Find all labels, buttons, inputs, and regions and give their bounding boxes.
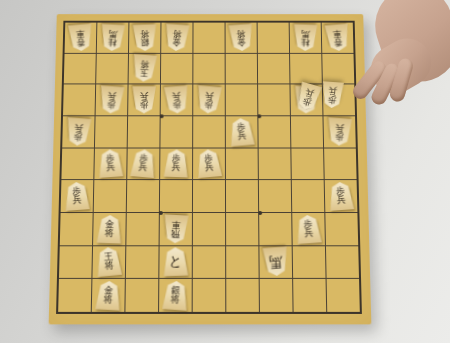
hoshi-dot bbox=[258, 211, 262, 215]
board-cell[interactable] bbox=[260, 279, 293, 312]
board-cell[interactable] bbox=[325, 213, 358, 245]
piece-face: 銀将 bbox=[133, 24, 157, 51]
piece-kanji: 将 bbox=[173, 28, 182, 38]
piece-kanji: 兵 bbox=[304, 87, 315, 98]
shogi-piece-sente[interactable]: 金将 bbox=[97, 214, 123, 243]
board-cell[interactable]: 馬 bbox=[259, 246, 292, 278]
shogi-piece-sente[interactable]: 歩兵 bbox=[295, 214, 321, 244]
board-cell[interactable] bbox=[258, 116, 290, 147]
shogi-piece-sente[interactable]: 歩兵 bbox=[229, 117, 255, 146]
shogi-piece-gote[interactable]: 歩兵 bbox=[164, 86, 189, 115]
board-cell[interactable] bbox=[125, 279, 158, 312]
board-cell[interactable] bbox=[226, 279, 259, 312]
piece-kanji-promoted: と bbox=[169, 255, 183, 270]
piece-face: 金将 bbox=[97, 214, 123, 243]
shogi-piece-gote[interactable]: 桂馬 bbox=[293, 24, 317, 51]
held-piece[interactable]: 歩兵 bbox=[321, 81, 344, 108]
piece-face: 歩兵 bbox=[196, 149, 222, 179]
piece-face: 歩兵 bbox=[196, 86, 222, 115]
board-cell[interactable] bbox=[226, 246, 259, 278]
hoshi-dot bbox=[160, 114, 164, 118]
board-cell[interactable] bbox=[259, 180, 291, 212]
board-cell[interactable]: 歩兵 bbox=[94, 148, 126, 179]
piece-face: 金将 bbox=[229, 24, 254, 52]
shogi-piece-sente[interactable]: 歩兵 bbox=[328, 181, 354, 211]
board-cell[interactable]: 桂馬 bbox=[97, 23, 129, 53]
board-cell[interactable] bbox=[160, 180, 192, 212]
piece-kanji: 兵 bbox=[237, 131, 247, 141]
board-cell[interactable] bbox=[59, 246, 92, 278]
piece-face: 馬 bbox=[263, 247, 289, 277]
board-cell[interactable] bbox=[226, 148, 258, 179]
piece-kanji: 将 bbox=[140, 59, 150, 69]
shogi-piece-gote[interactable]: 金将 bbox=[229, 24, 254, 52]
board-cell[interactable]: 歩兵 bbox=[61, 180, 94, 212]
piece-face: 歩兵 bbox=[132, 86, 156, 113]
board-cell[interactable] bbox=[291, 116, 323, 147]
board-cell[interactable] bbox=[96, 53, 128, 83]
piece-face: 歩兵 bbox=[229, 117, 255, 146]
shogi-piece-sente[interactable]: 金将 bbox=[95, 281, 121, 311]
piece-face: 銀将 bbox=[162, 280, 188, 311]
board-cell[interactable] bbox=[291, 148, 323, 179]
shogi-piece-gote[interactable]: 歩兵 bbox=[65, 117, 91, 146]
board-cell[interactable] bbox=[160, 116, 192, 147]
piece-kanji: 兵 bbox=[140, 91, 149, 100]
board-cell[interactable] bbox=[193, 53, 224, 83]
board-cell[interactable] bbox=[64, 53, 96, 83]
shogi-piece-sente[interactable]: 歩兵 bbox=[164, 150, 189, 178]
board-cell[interactable]: 香車 bbox=[65, 23, 97, 53]
piece-face: 金将 bbox=[95, 281, 121, 311]
piece-kanji: 馬 bbox=[108, 28, 117, 38]
board-cell[interactable]: 銀将 bbox=[159, 279, 192, 312]
shogi-board: 香車桂馬銀将金将金将桂馬香車玉将歩兵歩兵歩兵歩兵歩兵歩兵歩兵歩兵歩兵歩兵歩兵歩兵… bbox=[49, 14, 372, 324]
board-cell[interactable]: 歩兵 bbox=[226, 116, 258, 147]
piece-kanji: 兵 bbox=[205, 163, 215, 173]
board-cell[interactable]: 歩兵 bbox=[128, 85, 160, 116]
photo-shogi-lesson: { "game": "shogi", "scene": { "descripti… bbox=[0, 0, 450, 343]
shogi-piece-gote[interactable]: 馬 bbox=[263, 247, 289, 277]
shogi-piece-gote[interactable]: 歩兵 bbox=[196, 86, 222, 115]
shogi-piece-gote[interactable]: 歩兵 bbox=[99, 86, 125, 115]
piece-face: 歩兵 bbox=[99, 86, 125, 115]
piece-face: 飛車 bbox=[163, 214, 189, 243]
piece-kanji: 馬 bbox=[301, 29, 310, 38]
board-cell[interactable] bbox=[226, 213, 258, 245]
piece-kanji: 将 bbox=[103, 295, 113, 305]
shogi-piece-gote[interactable]: 飛車 bbox=[163, 214, 189, 243]
board-cell[interactable] bbox=[259, 213, 292, 245]
shogi-piece-sente[interactable]: 歩兵 bbox=[196, 149, 222, 179]
board-cell[interactable] bbox=[293, 279, 326, 312]
piece-kanji: 兵 bbox=[106, 163, 115, 173]
shogi-piece-sente[interactable]: 歩兵 bbox=[98, 149, 123, 178]
piece-face: 歩兵 bbox=[98, 149, 123, 178]
board-cell[interactable]: 歩兵 bbox=[62, 116, 94, 147]
shogi-piece-sente[interactable]: 歩兵 bbox=[130, 149, 156, 179]
shogi-piece-gote[interactable]: 香車 bbox=[68, 23, 93, 51]
piece-kanji: 兵 bbox=[171, 163, 180, 173]
board-cell[interactable] bbox=[258, 53, 290, 83]
player-hand: 歩兵 歩兵 bbox=[340, 0, 450, 150]
board-cell[interactable] bbox=[95, 116, 127, 147]
piece-kanji: 将 bbox=[104, 261, 114, 272]
piece-face: 歩兵 bbox=[295, 214, 321, 244]
board-cell[interactable] bbox=[290, 53, 322, 83]
piece-face: 歩兵 bbox=[130, 149, 156, 179]
piece-kanji: 将 bbox=[170, 295, 180, 306]
piece-kanji: 将 bbox=[140, 29, 149, 38]
piece-face: 王将 bbox=[96, 247, 122, 278]
board-cell[interactable]: 歩兵 bbox=[325, 180, 358, 212]
piece-face: 香車 bbox=[68, 23, 93, 51]
board-cell[interactable] bbox=[193, 279, 226, 312]
board-cell[interactable]: 金将 bbox=[161, 23, 192, 53]
board-cell[interactable]: 歩兵 bbox=[193, 85, 225, 116]
hoshi-dot bbox=[257, 114, 261, 118]
board-grid: 香車桂馬銀将金将金将桂馬香車玉将歩兵歩兵歩兵歩兵歩兵歩兵歩兵歩兵歩兵歩兵歩兵歩兵… bbox=[56, 21, 362, 314]
board-cell[interactable]: 金将 bbox=[92, 279, 125, 312]
piece-kanji: 車 bbox=[171, 219, 181, 229]
board-cell[interactable]: 桂馬 bbox=[290, 23, 322, 53]
board-cell[interactable] bbox=[193, 23, 224, 53]
piece-kanji: 車 bbox=[76, 28, 85, 38]
shogi-piece-gote[interactable]: 金将 bbox=[164, 24, 189, 52]
piece-face: 歩兵 bbox=[328, 181, 354, 211]
shogi-piece-gote[interactable]: 桂馬 bbox=[100, 24, 125, 52]
board-cell[interactable] bbox=[293, 246, 326, 278]
piece-face: 玉将 bbox=[132, 54, 158, 82]
piece-face: 歩兵 bbox=[164, 150, 189, 178]
board-cell[interactable] bbox=[193, 246, 225, 278]
shogi-piece-sente[interactable]: 銀将 bbox=[162, 280, 188, 311]
board-cell[interactable]: 歩兵 bbox=[96, 85, 128, 116]
board-cell[interactable] bbox=[60, 213, 93, 245]
board-cell[interactable]: 歩兵 bbox=[193, 148, 225, 179]
board-cell[interactable] bbox=[193, 116, 225, 147]
board-cell[interactable]: 飛車 bbox=[160, 213, 192, 245]
board-cell[interactable] bbox=[193, 213, 225, 245]
board-cell[interactable]: 王将 bbox=[92, 246, 125, 278]
piece-kanji-promoted: 馬 bbox=[269, 255, 283, 270]
board-cell[interactable] bbox=[58, 279, 91, 312]
piece-kanji: 兵 bbox=[72, 196, 81, 206]
shogi-piece-gote[interactable]: 銀将 bbox=[133, 24, 157, 51]
piece-face: と bbox=[163, 247, 188, 276]
board-cell[interactable] bbox=[126, 246, 159, 278]
board-cell[interactable]: 玉将 bbox=[129, 53, 161, 83]
board-cell[interactable]: 歩兵 bbox=[127, 148, 159, 179]
piece-kanji: 兵 bbox=[138, 163, 148, 173]
piece-face: 桂馬 bbox=[100, 24, 125, 52]
board-cell[interactable] bbox=[258, 85, 290, 116]
board-cell[interactable]: 金将 bbox=[93, 213, 126, 245]
shogi-piece-sente[interactable]: と bbox=[163, 247, 188, 276]
board-cell[interactable] bbox=[128, 116, 160, 147]
board-cell[interactable]: 歩兵 bbox=[160, 148, 192, 179]
board-cell[interactable] bbox=[324, 148, 357, 179]
board-cell[interactable]: 金将 bbox=[226, 23, 257, 53]
board-cell[interactable]: 歩兵 bbox=[292, 213, 325, 245]
board-cell[interactable] bbox=[126, 213, 159, 245]
board-cell[interactable] bbox=[94, 180, 127, 212]
shogi-piece-gote[interactable]: 玉将 bbox=[132, 54, 158, 82]
board-cell[interactable] bbox=[326, 246, 359, 278]
piece-face: 桂馬 bbox=[293, 24, 317, 51]
board-cell[interactable] bbox=[161, 53, 192, 83]
piece-kanji: 将 bbox=[104, 229, 114, 239]
board-cell[interactable] bbox=[327, 279, 360, 312]
board-cell[interactable] bbox=[127, 180, 159, 212]
board-cell[interactable] bbox=[226, 53, 257, 83]
piece-face: 金将 bbox=[164, 24, 189, 52]
shogi-piece-gote[interactable]: 歩兵 bbox=[132, 86, 156, 113]
board-cell[interactable] bbox=[258, 23, 289, 53]
piece-kanji: 将 bbox=[236, 28, 245, 38]
piece-kanji: 兵 bbox=[328, 86, 337, 96]
piece-kanji: 歩 bbox=[140, 100, 149, 109]
piece-face: 歩兵 bbox=[64, 181, 89, 211]
board-cell[interactable]: 歩兵 bbox=[161, 85, 193, 116]
piece-kanji: 兵 bbox=[107, 91, 117, 101]
piece-face: 歩兵 bbox=[65, 117, 91, 146]
board-cell[interactable]: 銀将 bbox=[129, 23, 160, 53]
piece-kanji: 兵 bbox=[205, 91, 215, 101]
board-cell[interactable] bbox=[259, 148, 291, 179]
piece-kanji: 兵 bbox=[74, 122, 84, 132]
hoshi-dot bbox=[159, 211, 163, 215]
board-cell[interactable]: と bbox=[159, 246, 192, 278]
piece-kanji: 兵 bbox=[336, 196, 346, 206]
board-cell[interactable] bbox=[226, 85, 258, 116]
piece-kanji: 兵 bbox=[172, 91, 181, 101]
board-cell[interactable] bbox=[226, 180, 258, 212]
shogi-piece-sente[interactable]: 歩兵 bbox=[64, 181, 89, 211]
piece-face: 歩兵 bbox=[164, 86, 189, 115]
board-cell[interactable] bbox=[63, 85, 95, 116]
board-cell[interactable] bbox=[292, 180, 325, 212]
board-cell[interactable] bbox=[61, 148, 94, 179]
board-cell[interactable] bbox=[193, 180, 225, 212]
shogi-piece-sente[interactable]: 王将 bbox=[96, 247, 122, 278]
piece-kanji: 兵 bbox=[304, 228, 314, 238]
